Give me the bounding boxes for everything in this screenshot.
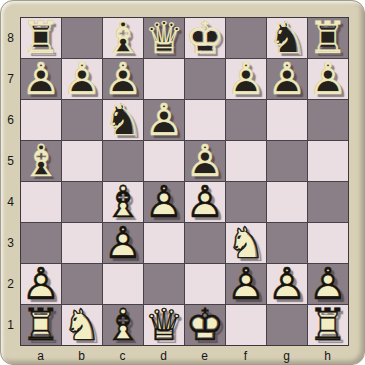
piece-black-pawn[interactable]: ♟♙ bbox=[226, 59, 266, 99]
square-a8[interactable]: ♜♖ bbox=[21, 18, 61, 58]
piece-glyph-fill: ♟ bbox=[21, 59, 61, 99]
piece-black-pawn[interactable]: ♟♙ bbox=[21, 59, 61, 99]
piece-glyph-fill: ♟ bbox=[185, 182, 225, 222]
square-f1[interactable] bbox=[226, 305, 266, 345]
square-b3[interactable] bbox=[62, 223, 102, 263]
piece-glyph-outline: ♙ bbox=[103, 223, 143, 263]
piece-glyph-fill: ♛ bbox=[144, 18, 184, 58]
square-g7[interactable]: ♟♙ bbox=[267, 59, 307, 99]
file-label-b: b bbox=[61, 347, 102, 365]
piece-black-rook[interactable]: ♜♖ bbox=[21, 18, 61, 58]
square-f2[interactable]: ♟♙ bbox=[226, 264, 266, 304]
piece-glyph-outline: ♘ bbox=[103, 100, 143, 140]
piece-white-rook[interactable]: ♜♖ bbox=[308, 305, 348, 345]
square-b7[interactable]: ♟♙ bbox=[62, 59, 102, 99]
piece-black-bishop[interactable]: ♝♗ bbox=[21, 141, 61, 181]
piece-glyph-fill: ♜ bbox=[21, 305, 61, 345]
piece-white-bishop[interactable]: ♝♗ bbox=[103, 305, 143, 345]
piece-glyph-fill: ♚ bbox=[185, 305, 225, 345]
square-h2[interactable]: ♟♙ bbox=[308, 264, 348, 304]
piece-glyph-outline: ♙ bbox=[21, 59, 61, 99]
square-a4[interactable] bbox=[21, 182, 61, 222]
piece-glyph-fill: ♟ bbox=[103, 59, 143, 99]
square-c4[interactable]: ♝♗ bbox=[103, 182, 143, 222]
piece-black-rook[interactable]: ♜♖ bbox=[308, 18, 348, 58]
square-f6[interactable] bbox=[226, 100, 266, 140]
square-f3[interactable]: ♞♘ bbox=[226, 223, 266, 263]
piece-glyph-outline: ♙ bbox=[185, 182, 225, 222]
square-h5[interactable] bbox=[308, 141, 348, 181]
square-c8[interactable]: ♝♗ bbox=[103, 18, 143, 58]
piece-glyph-outline: ♙ bbox=[226, 59, 266, 99]
piece-glyph-outline: ♖ bbox=[21, 305, 61, 345]
square-g8[interactable]: ♞♘ bbox=[267, 18, 307, 58]
piece-glyph-outline: ♙ bbox=[185, 141, 225, 181]
square-h8[interactable]: ♜♖ bbox=[308, 18, 348, 58]
square-a1[interactable]: ♜♖ bbox=[21, 305, 61, 345]
square-f4[interactable] bbox=[226, 182, 266, 222]
square-f5[interactable] bbox=[226, 141, 266, 181]
piece-glyph-outline: ♗ bbox=[21, 141, 61, 181]
piece-glyph-fill: ♟ bbox=[62, 59, 102, 99]
piece-glyph-outline: ♙ bbox=[103, 59, 143, 99]
square-g5[interactable] bbox=[267, 141, 307, 181]
piece-black-pawn[interactable]: ♟♙ bbox=[185, 141, 225, 181]
piece-black-knight[interactable]: ♞♘ bbox=[103, 100, 143, 140]
square-h3[interactable] bbox=[308, 223, 348, 263]
file-label-h: h bbox=[307, 347, 348, 365]
piece-glyph-outline: ♕ bbox=[144, 18, 184, 58]
square-g6[interactable] bbox=[267, 100, 307, 140]
piece-white-pawn[interactable]: ♟♙ bbox=[144, 182, 184, 222]
piece-glyph-fill: ♟ bbox=[103, 223, 143, 263]
square-f8[interactable] bbox=[226, 18, 266, 58]
square-e2[interactable] bbox=[185, 264, 225, 304]
piece-black-bishop[interactable]: ♝♗ bbox=[103, 18, 143, 58]
square-b5[interactable] bbox=[62, 141, 102, 181]
piece-glyph-fill: ♛ bbox=[144, 305, 184, 345]
piece-glyph-outline: ♗ bbox=[103, 305, 143, 345]
square-e6[interactable] bbox=[185, 100, 225, 140]
piece-glyph-fill: ♟ bbox=[226, 264, 266, 304]
piece-black-pawn[interactable]: ♟♙ bbox=[308, 59, 348, 99]
square-d4[interactable]: ♟♙ bbox=[144, 182, 184, 222]
square-b1[interactable]: ♞♘ bbox=[62, 305, 102, 345]
board-panel: 87654321 ♜♖♝♗♛♕♚♔♞♘♜♖♟♙♟♙♟♙♟♙♟♙♟♙♞♘♟♙♝♗♟… bbox=[0, 0, 365, 365]
piece-glyph-outline: ♙ bbox=[308, 59, 348, 99]
piece-glyph-outline: ♔ bbox=[185, 305, 225, 345]
piece-glyph-outline: ♘ bbox=[62, 305, 102, 345]
piece-white-pawn[interactable]: ♟♙ bbox=[226, 264, 266, 304]
piece-glyph-outline: ♖ bbox=[308, 18, 348, 58]
square-d8[interactable]: ♛♕ bbox=[144, 18, 184, 58]
piece-glyph-fill: ♝ bbox=[103, 305, 143, 345]
rank-labels: 87654321 bbox=[1, 17, 20, 345]
piece-black-queen[interactable]: ♛♕ bbox=[144, 18, 184, 58]
piece-glyph-fill: ♝ bbox=[103, 182, 143, 222]
piece-glyph-outline: ♗ bbox=[103, 182, 143, 222]
piece-white-queen[interactable]: ♛♕ bbox=[144, 305, 184, 345]
square-h7[interactable]: ♟♙ bbox=[308, 59, 348, 99]
piece-glyph-fill: ♞ bbox=[103, 100, 143, 140]
piece-white-knight[interactable]: ♞♘ bbox=[62, 305, 102, 345]
square-c5[interactable] bbox=[103, 141, 143, 181]
piece-white-pawn[interactable]: ♟♙ bbox=[308, 264, 348, 304]
square-d6[interactable]: ♟♙ bbox=[144, 100, 184, 140]
piece-white-rook[interactable]: ♜♖ bbox=[21, 305, 61, 345]
piece-glyph-fill: ♞ bbox=[62, 305, 102, 345]
piece-glyph-fill: ♞ bbox=[226, 223, 266, 263]
piece-white-knight[interactable]: ♞♘ bbox=[226, 223, 266, 263]
piece-glyph-outline: ♗ bbox=[103, 18, 143, 58]
file-label-e: e bbox=[184, 347, 225, 365]
square-e1[interactable]: ♚♔ bbox=[185, 305, 225, 345]
rank-label-4: 4 bbox=[1, 181, 20, 222]
rank-label-5: 5 bbox=[1, 140, 20, 181]
piece-glyph-fill: ♟ bbox=[185, 141, 225, 181]
square-d2[interactable] bbox=[144, 264, 184, 304]
piece-glyph-outline: ♙ bbox=[62, 59, 102, 99]
square-b6[interactable] bbox=[62, 100, 102, 140]
file-label-c: c bbox=[102, 347, 143, 365]
square-h6[interactable] bbox=[308, 100, 348, 140]
file-label-g: g bbox=[266, 347, 307, 365]
square-g3[interactable] bbox=[267, 223, 307, 263]
piece-black-king[interactable]: ♚♔ bbox=[185, 18, 225, 58]
rank-label-6: 6 bbox=[1, 99, 20, 140]
square-a6[interactable] bbox=[21, 100, 61, 140]
square-c3[interactable]: ♟♙ bbox=[103, 223, 143, 263]
square-d1[interactable]: ♛♕ bbox=[144, 305, 184, 345]
piece-glyph-outline: ♘ bbox=[267, 18, 307, 58]
piece-white-pawn[interactable]: ♟♙ bbox=[185, 182, 225, 222]
square-e3[interactable] bbox=[185, 223, 225, 263]
piece-white-king[interactable]: ♚♔ bbox=[185, 305, 225, 345]
square-b2[interactable] bbox=[62, 264, 102, 304]
piece-glyph-fill: ♟ bbox=[267, 59, 307, 99]
square-e7[interactable] bbox=[185, 59, 225, 99]
piece-glyph-outline: ♔ bbox=[185, 18, 225, 58]
piece-glyph-outline: ♙ bbox=[308, 264, 348, 304]
piece-glyph-fill: ♟ bbox=[308, 264, 348, 304]
square-a5[interactable]: ♝♗ bbox=[21, 141, 61, 181]
square-a7[interactable]: ♟♙ bbox=[21, 59, 61, 99]
file-labels: abcdefgh bbox=[20, 347, 349, 365]
square-e8[interactable]: ♚♔ bbox=[185, 18, 225, 58]
piece-black-pawn[interactable]: ♟♙ bbox=[144, 100, 184, 140]
square-g2[interactable]: ♟♙ bbox=[267, 264, 307, 304]
piece-black-pawn[interactable]: ♟♙ bbox=[62, 59, 102, 99]
chess-board: ♜♖♝♗♛♕♚♔♞♘♜♖♟♙♟♙♟♙♟♙♟♙♟♙♞♘♟♙♝♗♟♙♝♗♟♙♟♙♟♙… bbox=[20, 17, 349, 346]
piece-white-pawn[interactable]: ♟♙ bbox=[103, 223, 143, 263]
rank-label-3: 3 bbox=[1, 222, 20, 263]
square-c1[interactable]: ♝♗ bbox=[103, 305, 143, 345]
rank-label-1: 1 bbox=[1, 304, 20, 345]
square-f7[interactable]: ♟♙ bbox=[226, 59, 266, 99]
piece-glyph-outline: ♙ bbox=[144, 182, 184, 222]
piece-glyph-fill: ♟ bbox=[226, 59, 266, 99]
piece-glyph-fill: ♝ bbox=[21, 141, 61, 181]
file-label-f: f bbox=[225, 347, 266, 365]
piece-glyph-fill: ♜ bbox=[21, 18, 61, 58]
piece-glyph-outline: ♖ bbox=[21, 18, 61, 58]
piece-glyph-outline: ♘ bbox=[226, 223, 266, 263]
square-d7[interactable] bbox=[144, 59, 184, 99]
piece-glyph-fill: ♟ bbox=[267, 264, 307, 304]
square-g4[interactable] bbox=[267, 182, 307, 222]
rank-label-2: 2 bbox=[1, 263, 20, 304]
piece-glyph-fill: ♟ bbox=[144, 182, 184, 222]
piece-glyph-outline: ♙ bbox=[267, 264, 307, 304]
square-h4[interactable] bbox=[308, 182, 348, 222]
rank-label-7: 7 bbox=[1, 58, 20, 99]
square-e4[interactable]: ♟♙ bbox=[185, 182, 225, 222]
piece-white-pawn[interactable]: ♟♙ bbox=[267, 264, 307, 304]
file-label-d: d bbox=[143, 347, 184, 365]
piece-black-pawn[interactable]: ♟♙ bbox=[103, 59, 143, 99]
piece-glyph-outline: ♙ bbox=[144, 100, 184, 140]
square-b4[interactable] bbox=[62, 182, 102, 222]
square-a3[interactable] bbox=[21, 223, 61, 263]
piece-glyph-fill: ♞ bbox=[267, 18, 307, 58]
square-b8[interactable] bbox=[62, 18, 102, 58]
square-h1[interactable]: ♜♖ bbox=[308, 305, 348, 345]
file-label-a: a bbox=[20, 347, 61, 365]
piece-glyph-outline: ♙ bbox=[267, 59, 307, 99]
piece-glyph-outline: ♕ bbox=[144, 305, 184, 345]
piece-glyph-fill: ♝ bbox=[103, 18, 143, 58]
square-c2[interactable] bbox=[103, 264, 143, 304]
piece-glyph-fill: ♟ bbox=[308, 59, 348, 99]
square-a2[interactable]: ♟♙ bbox=[21, 264, 61, 304]
piece-black-pawn[interactable]: ♟♙ bbox=[267, 59, 307, 99]
square-d5[interactable] bbox=[144, 141, 184, 181]
piece-white-bishop[interactable]: ♝♗ bbox=[103, 182, 143, 222]
piece-glyph-fill: ♜ bbox=[308, 18, 348, 58]
piece-glyph-fill: ♚ bbox=[185, 18, 225, 58]
rank-label-8: 8 bbox=[1, 17, 20, 58]
piece-glyph-outline: ♙ bbox=[226, 264, 266, 304]
piece-glyph-outline: ♖ bbox=[308, 305, 348, 345]
piece-black-knight[interactable]: ♞♘ bbox=[267, 18, 307, 58]
square-c7[interactable]: ♟♙ bbox=[103, 59, 143, 99]
square-g1[interactable] bbox=[267, 305, 307, 345]
piece-glyph-fill: ♟ bbox=[21, 264, 61, 304]
square-c6[interactable]: ♞♘ bbox=[103, 100, 143, 140]
square-d3[interactable] bbox=[144, 223, 184, 263]
piece-glyph-outline: ♙ bbox=[21, 264, 61, 304]
piece-glyph-fill: ♟ bbox=[144, 100, 184, 140]
piece-glyph-fill: ♜ bbox=[308, 305, 348, 345]
square-e5[interactable]: ♟♙ bbox=[185, 141, 225, 181]
piece-white-pawn[interactable]: ♟♙ bbox=[21, 264, 61, 304]
